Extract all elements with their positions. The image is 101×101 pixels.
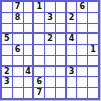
cell-r5c9[interactable]: 1 <box>88 45 98 55</box>
given-digit: 2 <box>69 14 75 22</box>
cell-r2c4[interactable] <box>34 13 44 23</box>
given-digit: 2 <box>4 68 10 76</box>
given-digit: 3 <box>47 14 53 22</box>
cell-r5c6[interactable] <box>56 45 66 55</box>
cell-r6c2[interactable] <box>13 56 23 66</box>
cell-r7c9[interactable] <box>88 67 98 77</box>
cell-r1c5[interactable] <box>45 2 55 12</box>
given-digit: 6 <box>36 78 42 86</box>
sudoku-board: 71683252461243367 <box>0 0 100 100</box>
cell-r4c9[interactable] <box>88 34 98 44</box>
cell-r1c6[interactable] <box>56 2 66 12</box>
cell-r5c8[interactable] <box>77 45 87 55</box>
cell-r8c2[interactable] <box>13 77 23 87</box>
cell-r4c1[interactable]: 5 <box>2 34 12 44</box>
cell-r3c3[interactable] <box>24 24 34 34</box>
given-digit: 5 <box>4 35 10 43</box>
cell-r1c2[interactable]: 7 <box>13 2 23 12</box>
cell-r6c8[interactable] <box>77 56 87 66</box>
cell-r9c7[interactable] <box>67 88 77 98</box>
cell-r4c6[interactable] <box>56 34 66 44</box>
cell-r6c7[interactable] <box>67 56 77 66</box>
cell-r8c8[interactable] <box>77 77 87 87</box>
cell-r6c1[interactable] <box>2 56 12 66</box>
cell-r9c6[interactable] <box>56 88 66 98</box>
cell-r3c1[interactable] <box>2 24 12 34</box>
cell-r2c7[interactable]: 2 <box>67 13 77 23</box>
cell-r4c7[interactable]: 4 <box>67 34 77 44</box>
cell-r2c2[interactable]: 8 <box>13 13 23 23</box>
cell-r5c3[interactable] <box>24 45 34 55</box>
cell-r3c9[interactable] <box>88 24 98 34</box>
cell-r8c3[interactable] <box>24 77 34 87</box>
cell-r9c8[interactable] <box>77 88 87 98</box>
given-digit: 6 <box>15 46 21 54</box>
given-digit: 4 <box>69 35 75 43</box>
cell-r4c5[interactable]: 2 <box>45 34 55 44</box>
cell-r7c2[interactable] <box>13 67 23 77</box>
cell-r6c9[interactable] <box>88 56 98 66</box>
given-digit: 2 <box>47 35 53 43</box>
cell-r7c6[interactable] <box>56 67 66 77</box>
cell-r7c4[interactable] <box>34 67 44 77</box>
given-digit: 6 <box>80 3 86 11</box>
cell-r8c7[interactable] <box>67 77 77 87</box>
cell-r2c5[interactable]: 3 <box>45 13 55 23</box>
given-digit: 7 <box>15 3 21 11</box>
cell-r3c5[interactable] <box>45 24 55 34</box>
cell-r7c7[interactable]: 3 <box>67 67 77 77</box>
cell-r7c5[interactable] <box>45 67 55 77</box>
cell-r4c3[interactable] <box>24 34 34 44</box>
cell-r7c8[interactable] <box>77 67 87 77</box>
cell-r3c6[interactable] <box>56 24 66 34</box>
cell-r5c4[interactable] <box>34 45 44 55</box>
cell-r8c5[interactable] <box>45 77 55 87</box>
cell-r3c7[interactable] <box>67 24 77 34</box>
cell-r1c3[interactable] <box>24 2 34 12</box>
cell-r3c4[interactable] <box>34 24 44 34</box>
cell-r3c8[interactable] <box>77 24 87 34</box>
cell-r9c3[interactable] <box>24 88 34 98</box>
cell-r6c3[interactable] <box>24 56 34 66</box>
cell-r3c2[interactable] <box>13 24 23 34</box>
given-digit: 8 <box>15 14 21 22</box>
cell-r8c1[interactable]: 3 <box>2 77 12 87</box>
given-digit: 3 <box>4 78 10 86</box>
given-digit: 3 <box>69 68 75 76</box>
given-digit: 1 <box>36 3 42 11</box>
cell-r2c8[interactable] <box>77 13 87 23</box>
cell-r1c7[interactable] <box>67 2 77 12</box>
cell-r6c6[interactable] <box>56 56 66 66</box>
cell-r4c8[interactable] <box>77 34 87 44</box>
cell-r1c8[interactable]: 6 <box>77 2 87 12</box>
cell-r9c2[interactable] <box>13 88 23 98</box>
cell-r2c6[interactable] <box>56 13 66 23</box>
cell-r4c4[interactable] <box>34 34 44 44</box>
cell-r7c3[interactable]: 4 <box>24 67 34 77</box>
cell-r8c6[interactable] <box>56 77 66 87</box>
given-digit: 4 <box>25 68 31 76</box>
cell-r5c5[interactable] <box>45 45 55 55</box>
cell-r9c5[interactable] <box>45 88 55 98</box>
cell-r8c9[interactable] <box>88 77 98 87</box>
given-digit: 1 <box>90 46 96 54</box>
cell-r6c4[interactable] <box>34 56 44 66</box>
given-digit: 7 <box>36 89 42 97</box>
cell-r2c1[interactable] <box>2 13 12 23</box>
cell-r9c1[interactable] <box>2 88 12 98</box>
cell-r1c1[interactable] <box>2 2 12 12</box>
cell-r2c3[interactable] <box>24 13 34 23</box>
cell-r5c7[interactable] <box>67 45 77 55</box>
cell-r5c1[interactable] <box>2 45 12 55</box>
cell-r2c9[interactable] <box>88 13 98 23</box>
cell-r9c4[interactable]: 7 <box>34 88 44 98</box>
cell-r7c1[interactable]: 2 <box>2 67 12 77</box>
cell-r1c4[interactable]: 1 <box>34 2 44 12</box>
cell-r9c9[interactable] <box>88 88 98 98</box>
cell-r6c5[interactable] <box>45 56 55 66</box>
cell-r5c2[interactable]: 6 <box>13 45 23 55</box>
cell-r8c4[interactable]: 6 <box>34 77 44 87</box>
cell-r4c2[interactable] <box>13 34 23 44</box>
cell-r1c9[interactable] <box>88 2 98 12</box>
